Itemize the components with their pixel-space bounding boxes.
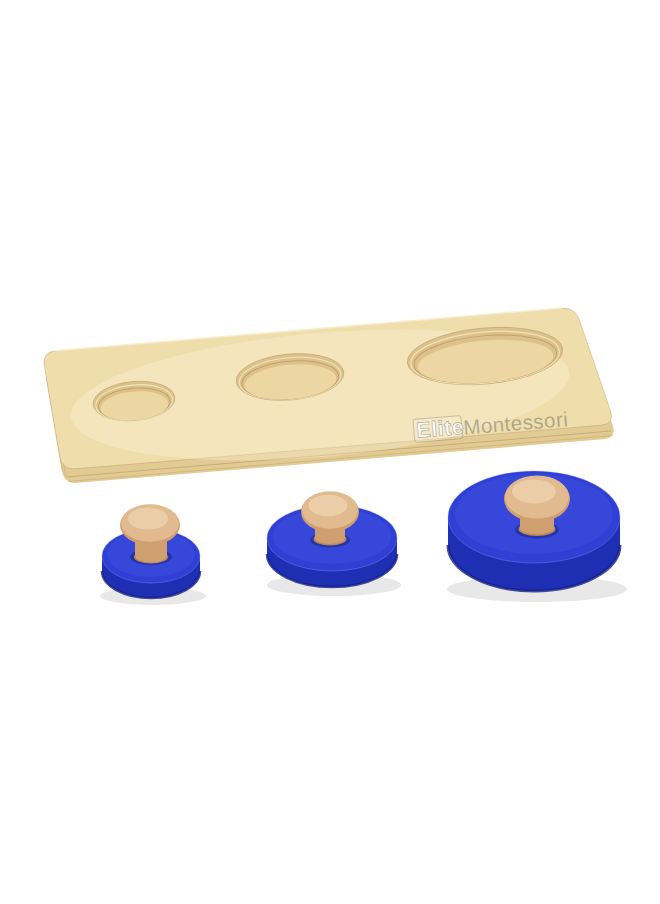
scene: Elite Montessori <box>0 0 660 904</box>
knob-cap-highlight <box>309 495 348 517</box>
product-photo: Elite Montessori <box>0 0 660 904</box>
brand-elite-text: Elite <box>415 415 465 443</box>
knob-cap-highlight <box>128 508 168 530</box>
knob-cap-highlight <box>512 480 556 504</box>
piece-large-circle[interactable] <box>447 471 627 602</box>
